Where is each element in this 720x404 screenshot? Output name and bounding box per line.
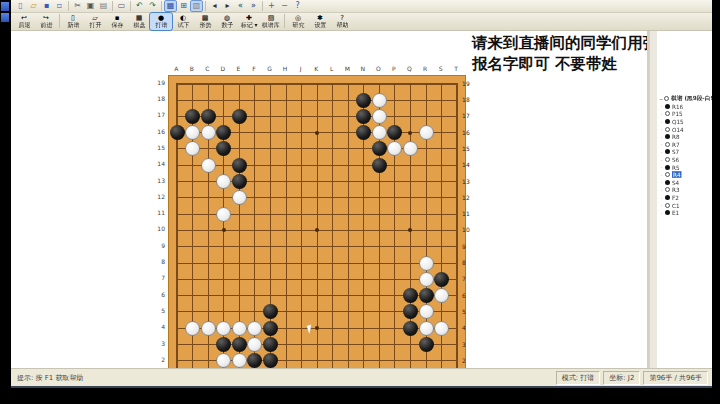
move-tree-root[interactable]: −棋谱 (黑9段-白9段)	[659, 95, 712, 103]
stone-white-C4[interactable]	[201, 321, 216, 336]
stone-black-B17[interactable]	[185, 109, 200, 124]
window-edge-icon	[1, 13, 9, 22]
toolbar-separator	[112, 1, 113, 11]
coord-number-right: 8	[462, 260, 472, 266]
coord-number-right: 18	[462, 97, 472, 103]
stone-black-A16[interactable]	[170, 125, 185, 140]
toolbar-button-label: 新谱	[67, 22, 79, 28]
stone-black-G2[interactable]	[263, 353, 278, 368]
tree-item-label: O14	[672, 126, 684, 133]
toolbar-button-label: 打谱	[155, 22, 167, 28]
toolbar-separator	[262, 1, 263, 11]
stone-white-C14[interactable]	[201, 158, 216, 173]
move-tree-item[interactable]: ·R8	[659, 133, 712, 141]
toolbar-button-label: 试下	[177, 22, 189, 28]
move-tree-item[interactable]: ·R3	[659, 186, 712, 194]
tree-branch-icon: ·	[659, 195, 664, 201]
tree-item-label: E1	[672, 209, 679, 216]
coord-number-right: 11	[462, 211, 472, 217]
toolbar-icon[interactable]: ▤	[98, 1, 109, 11]
coord-number-right: 2	[462, 358, 472, 364]
black-stone-icon	[665, 195, 670, 200]
coord-number-left: 14	[155, 161, 165, 167]
move-tree-item[interactable]: ·S4	[659, 179, 712, 187]
stone-black-P16[interactable]	[387, 125, 402, 140]
coord-number-left: 15	[155, 145, 165, 151]
white-stone-icon	[664, 96, 669, 101]
stone-black-R6[interactable]	[419, 288, 434, 303]
star-point	[315, 326, 319, 330]
coord-letter-top: G	[266, 66, 274, 72]
stone-white-D4[interactable]	[216, 321, 231, 336]
tree-expander-icon[interactable]: −	[659, 96, 663, 102]
white-stone-icon	[665, 187, 670, 192]
status-segment: 模式: 打谱	[556, 371, 601, 385]
stone-black-E3[interactable]	[232, 337, 247, 352]
stone-black-D15[interactable]	[216, 141, 231, 156]
coord-letter-top: L	[328, 66, 336, 72]
sidebar-scrollbar[interactable]	[649, 31, 657, 368]
white-stone-icon	[665, 172, 670, 177]
stone-black-E17[interactable]	[232, 109, 247, 124]
grid-line-horizontal	[176, 246, 458, 247]
black-stone-icon	[665, 165, 670, 170]
tree-branch-icon: ·	[659, 119, 664, 125]
coord-letter-top: C	[203, 66, 211, 72]
white-stone-icon	[665, 111, 670, 116]
stone-black-E14[interactable]	[232, 158, 247, 173]
toolbar-button-后退[interactable]: ↩后退	[13, 13, 35, 30]
status-segments: 模式: 打谱坐标: J2第96手 / 共96手	[553, 371, 708, 385]
stone-white-F3[interactable]	[247, 337, 262, 352]
go-editor-window: ▯▱▪▫✂▣▤▭↶↷▦⊞▧◂▸«»+−? ↩后退↪前进▯新谱▱打开▪保存▦棋盘●…	[11, 0, 712, 386]
toolbar-icon[interactable]: ▫	[54, 1, 65, 11]
toolbar-button-label: 后退	[18, 22, 30, 28]
coord-letter-top: H	[281, 66, 289, 72]
tree-item-label: C1	[672, 202, 680, 209]
tree-branch-icon: ·	[659, 134, 664, 140]
toolbar-modes: ↩后退↪前进▯新谱▱打开▪保存▦棋盘●打谱◐试下▩形势◍数子✚标记 ▾▧棋谱库◎…	[11, 13, 712, 31]
toolbar-button-棋谱库[interactable]: ▧棋谱库	[260, 13, 282, 30]
tree-branch-icon: ·	[659, 111, 664, 117]
stone-black-D3[interactable]	[216, 337, 231, 352]
stone-black-R3[interactable]	[419, 337, 434, 352]
coord-number-left: 17	[155, 112, 165, 118]
stone-black-G3[interactable]	[263, 337, 278, 352]
coord-letter-top: T	[452, 66, 460, 72]
black-stone-icon	[665, 210, 670, 215]
toolbar-button-保存[interactable]: ▪保存	[106, 13, 128, 30]
toolbar-separator	[59, 14, 60, 28]
status-segment: 第96手 / 共96手	[643, 371, 708, 385]
tree-branch-icon: ·	[659, 103, 664, 109]
stone-black-D16[interactable]	[216, 125, 231, 140]
toolbar-button-帮助[interactable]: ?帮助	[331, 13, 353, 30]
move-tree-item[interactable]: ·C1	[659, 201, 712, 209]
tree-branch-icon: ·	[659, 126, 664, 132]
stone-black-O15[interactable]	[372, 141, 387, 156]
board-panel[interactable]: A19B18C17D16E15F14G13H12J11K10L9M8N7O6P5…	[11, 31, 647, 368]
tree-item-label: R5	[672, 164, 680, 171]
stone-white-E2[interactable]	[232, 353, 247, 368]
white-stone-icon	[665, 157, 670, 162]
coord-letter-top: R	[421, 66, 429, 72]
toolbar-button-试下[interactable]: ◐试下	[172, 13, 194, 30]
toolbar-button-数子[interactable]: ◍数子	[216, 13, 238, 30]
coord-number-right: 16	[462, 130, 472, 136]
coord-number-left: 5	[155, 308, 165, 314]
toolbar-icon[interactable]: ▸	[222, 1, 233, 11]
tree-item-label: R4	[672, 171, 682, 178]
tree-root-label: 棋谱 (黑9段-白9段)	[671, 95, 712, 104]
coord-letter-top: F	[250, 66, 258, 72]
move-tree-item[interactable]: ·R4	[659, 171, 712, 179]
stone-white-O17[interactable]	[372, 109, 387, 124]
coord-letter-top: S	[437, 66, 445, 72]
coord-number-left: 16	[155, 129, 165, 135]
move-tree-item[interactable]: ·R5	[659, 163, 712, 171]
coord-number-left: 13	[155, 178, 165, 184]
coord-number-left: 6	[155, 292, 165, 298]
stone-black-Q5[interactable]	[403, 304, 418, 319]
coord-number-right: 5	[462, 309, 472, 315]
toolbar-button-label: 棋谱库	[262, 22, 280, 28]
coord-number-left: 11	[155, 210, 165, 216]
move-tree-item[interactable]: ·S7	[659, 148, 712, 156]
tree-branch-icon: ·	[659, 164, 664, 170]
tree-branch-icon: ·	[659, 149, 664, 155]
coord-number-right: 12	[462, 195, 472, 201]
toolbar-icon[interactable]: ⊞	[178, 1, 189, 11]
stone-white-S4[interactable]	[434, 321, 449, 336]
content-area: A19B18C17D16E15F14G13H12J11K10L9M8N7O6P5…	[11, 31, 712, 368]
tree-item-label: R8	[672, 133, 680, 140]
stone-black-G5[interactable]	[263, 304, 278, 319]
coord-letter-top: J	[297, 66, 305, 72]
coord-number-left: 2	[155, 357, 165, 363]
stone-white-R16[interactable]	[419, 125, 434, 140]
coord-letter-top: N	[359, 66, 367, 72]
toolbar-separator	[205, 1, 206, 11]
toolbar-standard: ▯▱▪▫✂▣▤▭↶↷▦⊞▧◂▸«»+−?	[11, 0, 712, 13]
tree-branch-icon: ·	[659, 157, 664, 163]
coord-letter-top: D	[219, 66, 227, 72]
star-point	[222, 228, 226, 232]
toolbar-icon[interactable]: +	[266, 1, 277, 11]
stone-white-C16[interactable]	[201, 125, 216, 140]
grid-line-horizontal	[176, 279, 458, 280]
stone-black-N17[interactable]	[356, 109, 371, 124]
stone-white-Q15[interactable]	[403, 141, 418, 156]
coord-number-right: 17	[462, 113, 472, 119]
toolbar-icon[interactable]: ▣	[85, 1, 96, 11]
coord-letter-top: M	[343, 66, 351, 72]
stone-white-B4[interactable]	[185, 321, 200, 336]
tree-branch-icon: ·	[659, 210, 664, 216]
white-stone-icon	[665, 142, 670, 147]
move-tree: −棋谱 (黑9段-白9段)·R16·P15·Q15·O14·R8·R7·S7·S…	[659, 95, 712, 217]
black-stone-icon	[665, 180, 670, 185]
coord-number-left: 12	[155, 194, 165, 200]
stone-white-R8[interactable]	[419, 256, 434, 271]
toolbar-icon[interactable]: ▯	[15, 1, 26, 11]
move-tree-item[interactable]: ·Q15	[659, 118, 712, 126]
coord-number-left: 18	[155, 96, 165, 102]
stone-white-D11[interactable]	[216, 207, 231, 222]
toolbar-icon[interactable]: »	[248, 1, 259, 11]
white-stone-icon	[665, 127, 670, 132]
coord-number-right: 13	[462, 179, 472, 185]
coord-number-right: 9	[462, 244, 472, 250]
stone-white-P15[interactable]	[387, 141, 402, 156]
coord-number-left: 19	[155, 80, 165, 86]
grid-line-vertical	[332, 83, 333, 378]
stone-black-S7[interactable]	[434, 272, 449, 287]
coord-number-left: 8	[155, 259, 165, 265]
toolbar-icon[interactable]: ▱	[28, 1, 39, 11]
stone-white-B15[interactable]	[185, 141, 200, 156]
stone-black-C17[interactable]	[201, 109, 216, 124]
status-bar: 提示: 按 F1 获取帮助 模式: 打谱坐标: J2第96手 / 共96手	[11, 368, 712, 386]
toolbar-separator	[161, 1, 162, 11]
coord-number-right: 15	[462, 146, 472, 152]
go-board[interactable]: A19B18C17D16E15F14G13H12J11K10L9M8N7O6P5…	[168, 75, 466, 386]
stone-white-F4[interactable]	[247, 321, 262, 336]
coord-number-right: 3	[462, 342, 472, 348]
toolbar-button-label: 数子	[221, 22, 233, 28]
toolbar-button-label: 帮助	[336, 22, 348, 28]
status-hint: 提示: 按 F1 获取帮助	[17, 373, 84, 383]
toolbar-separator	[130, 1, 131, 11]
toolbar-icon[interactable]: ▪	[41, 1, 52, 11]
tree-branch-icon: ·	[659, 141, 664, 147]
move-tree-sidebar: −棋谱 (黑9段-白9段)·R16·P15·Q15·O14·R8·R7·S7·S…	[657, 31, 712, 368]
stone-white-R4[interactable]	[419, 321, 434, 336]
toolbar-button-label: 研究	[292, 22, 304, 28]
toolbar-icon[interactable]: ✂	[72, 1, 83, 11]
toolbar-button-label: 设置	[314, 22, 326, 28]
stone-black-Q6[interactable]	[403, 288, 418, 303]
status-segment: 坐标: J2	[603, 371, 640, 385]
move-tree-item[interactable]: ·F2	[659, 194, 712, 202]
coord-number-left: 4	[155, 324, 165, 330]
move-tree-item[interactable]: ·R7	[659, 141, 712, 149]
coord-number-left: 9	[155, 243, 165, 249]
stone-black-G4[interactable]	[263, 321, 278, 336]
tree-item-label: R7	[672, 141, 680, 148]
star-point	[408, 228, 412, 232]
toolbar-separator	[68, 1, 69, 11]
toolbar-icon[interactable]: ?	[292, 1, 303, 11]
toolbar-button-label: 形势	[199, 22, 211, 28]
stone-black-Q4[interactable]	[403, 321, 418, 336]
coord-number-right: 14	[462, 162, 472, 168]
toolbar-icon[interactable]: ▧	[191, 1, 202, 11]
coord-letter-top: B	[188, 66, 196, 72]
toolbar-button-设置[interactable]: ✱设置	[309, 13, 331, 30]
toolbar-button-label: 打开	[89, 22, 101, 28]
coord-letter-top: O	[374, 66, 382, 72]
black-stone-icon	[665, 119, 670, 124]
toolbar-icon[interactable]: ↷	[147, 1, 158, 11]
toolbar-button-打开[interactable]: ▱打开	[84, 13, 106, 30]
tree-item-label: S4	[672, 179, 679, 186]
toolbar-button-研究[interactable]: ◎研究	[287, 13, 309, 30]
toolbar-icon[interactable]: −	[279, 1, 290, 11]
coord-letter-top: E	[234, 66, 242, 72]
stone-white-E12[interactable]	[232, 190, 247, 205]
black-stone-icon	[665, 149, 670, 154]
coord-number-left: 3	[155, 341, 165, 347]
black-stone-icon	[665, 104, 670, 109]
toolbar-separator	[284, 14, 285, 28]
coord-letter-top: Q	[405, 66, 413, 72]
coord-number-left: 10	[155, 226, 165, 232]
tree-item-label: Q15	[672, 118, 684, 125]
toolbar-button-label: 前进	[40, 22, 52, 28]
toolbar-button-标记[interactable]: ✚标记 ▾	[238, 13, 260, 30]
tree-item-label: R16	[672, 103, 683, 110]
coord-number-right: 7	[462, 276, 472, 282]
screen: { "game": "go (weiqi), 19x19 board, SGF-…	[0, 0, 720, 404]
move-tree-item[interactable]: ·P15	[659, 110, 712, 118]
stone-white-D2[interactable]	[216, 353, 231, 368]
stone-white-R5[interactable]	[419, 304, 434, 319]
tree-branch-icon: ·	[659, 187, 664, 193]
star-point	[315, 131, 319, 135]
toolbar-button-label: 棋盘	[133, 22, 145, 28]
toolbar-icon[interactable]: ◂	[209, 1, 220, 11]
tree-branch-icon: ·	[659, 179, 664, 185]
toolbar-button-棋盘[interactable]: ▦棋盘	[128, 13, 150, 30]
toolbar-button-label: 标记 ▾	[241, 22, 258, 28]
stone-white-O18[interactable]	[372, 93, 387, 108]
stone-black-E13[interactable]	[232, 174, 247, 189]
coord-letter-top: P	[390, 66, 398, 72]
tree-item-label: R3	[672, 187, 680, 194]
stone-white-B16[interactable]	[185, 125, 200, 140]
grid-line-vertical	[348, 83, 349, 378]
coord-number-right: 10	[462, 227, 472, 233]
tree-item-label: F2	[672, 194, 679, 201]
stone-black-F2[interactable]	[247, 353, 262, 368]
stone-black-N16[interactable]	[356, 125, 371, 140]
move-tree-item[interactable]: ·O14	[659, 125, 712, 133]
toolbar-icon[interactable]: ▦	[165, 1, 176, 11]
stone-black-O14[interactable]	[372, 158, 387, 173]
tree-item-label: P15	[672, 111, 683, 118]
toolbar-button-label: 保存	[111, 22, 123, 28]
white-stone-icon	[665, 203, 670, 208]
tree-branch-icon: ·	[659, 202, 664, 208]
coord-letter-top: K	[312, 66, 320, 72]
stone-white-S6[interactable]	[434, 288, 449, 303]
stone-white-D13[interactable]	[216, 174, 231, 189]
star-point	[315, 228, 319, 232]
toolbar-icon[interactable]: «	[235, 1, 246, 11]
tree-item-label: S7	[672, 149, 679, 156]
grid-line-horizontal	[176, 263, 458, 264]
coord-letter-top: A	[172, 66, 180, 72]
toolbar-button-新谱[interactable]: ▯新谱	[62, 13, 84, 30]
stone-black-N18[interactable]	[356, 93, 371, 108]
move-tree-item[interactable]: ·R16	[659, 103, 712, 111]
window-edge-icon	[1, 2, 9, 11]
grid-line-vertical	[456, 83, 458, 378]
tree-item-label: S6	[672, 156, 679, 163]
toolbar-button-形势[interactable]: ▩形势	[194, 13, 216, 30]
toolbar-icon[interactable]: ↶	[134, 1, 145, 11]
move-tree-item[interactable]: ·E1	[659, 209, 712, 217]
stone-white-R7[interactable]	[419, 272, 434, 287]
coord-number-right: 6	[462, 293, 472, 299]
toolbar-icon[interactable]: ▭	[116, 1, 127, 11]
tree-branch-icon: ·	[659, 172, 664, 178]
coord-number-left: 7	[155, 275, 165, 281]
toolbar-button-前进[interactable]: ↪前进	[35, 13, 57, 30]
stone-white-O16[interactable]	[372, 125, 387, 140]
coord-number-right: 19	[462, 81, 472, 87]
toolbar-button-打谱[interactable]: ●打谱	[150, 13, 172, 30]
move-tree-item[interactable]: ·S6	[659, 156, 712, 164]
stone-white-E4[interactable]	[232, 321, 247, 336]
black-stone-icon	[665, 134, 670, 139]
coord-number-right: 4	[462, 325, 472, 331]
window-bottom-border	[11, 386, 712, 388]
